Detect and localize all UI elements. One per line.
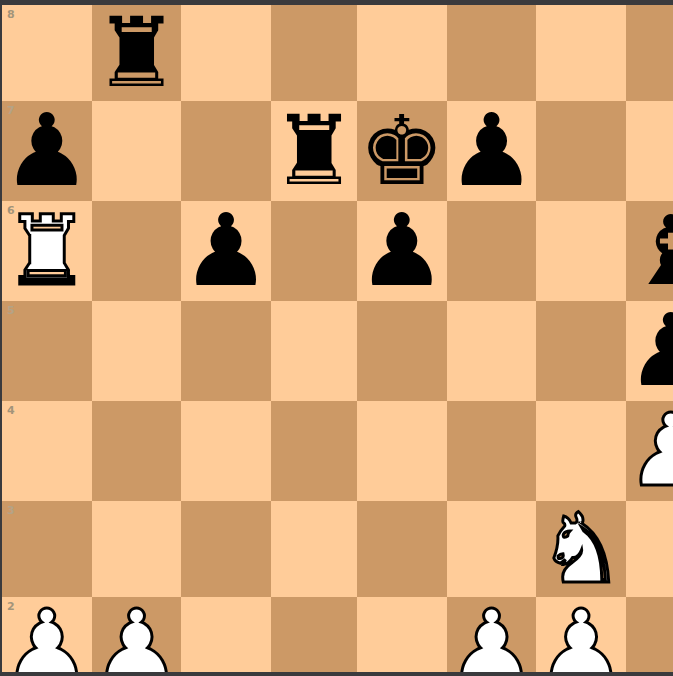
square-h3[interactable] <box>626 501 673 597</box>
chess-app: { "game": "chess", "position": { "fen": … <box>0 0 673 676</box>
white-pawn-icon[interactable]: ♟ <box>626 401 673 501</box>
square-h8[interactable] <box>626 5 673 101</box>
square-d2[interactable] <box>271 597 357 676</box>
square-f4[interactable] <box>447 401 537 501</box>
square-g5[interactable] <box>536 301 626 401</box>
white-pawn-icon[interactable]: ♟ <box>92 597 182 676</box>
white-pawn-icon[interactable]: ♟ <box>536 597 626 676</box>
square-a7[interactable]: 7♟ <box>2 101 92 201</box>
square-c8[interactable] <box>181 5 271 101</box>
square-e8[interactable] <box>357 5 447 101</box>
square-b7[interactable] <box>92 101 182 201</box>
rank-label-4: 4 <box>7 404 15 417</box>
board-frame-bottom <box>0 672 673 676</box>
square-f2[interactable]: ♟ <box>447 597 537 676</box>
square-b4[interactable] <box>92 401 182 501</box>
square-h4[interactable]: ♟ <box>626 401 673 501</box>
square-g3[interactable]: ♞ <box>536 501 626 597</box>
white-pawn-icon[interactable]: ♟ <box>2 597 92 676</box>
square-g7[interactable] <box>536 101 626 201</box>
square-f8[interactable] <box>447 5 537 101</box>
black-rook-icon[interactable]: ♜ <box>271 101 357 201</box>
square-e5[interactable] <box>357 301 447 401</box>
square-d8[interactable] <box>271 5 357 101</box>
square-h5[interactable]: ♟ <box>626 301 673 401</box>
chess-board: 8♜7♟♜♚♟6♜♟♟♝5♟4♟3♞2♟♟♟♟1abcde♜f♚gh <box>2 5 673 672</box>
square-a6[interactable]: 6♜ <box>2 201 92 301</box>
square-a8[interactable]: 8 <box>2 5 92 101</box>
square-a4[interactable]: 4 <box>2 401 92 501</box>
black-rook-icon[interactable]: ♜ <box>92 5 182 101</box>
square-a5[interactable]: 5 <box>2 301 92 401</box>
square-d3[interactable] <box>271 501 357 597</box>
square-c6[interactable]: ♟ <box>181 201 271 301</box>
square-b3[interactable] <box>92 501 182 597</box>
square-a2[interactable]: 2♟ <box>2 597 92 676</box>
square-b2[interactable]: ♟ <box>92 597 182 676</box>
square-g6[interactable] <box>536 201 626 301</box>
square-e6[interactable]: ♟ <box>357 201 447 301</box>
black-pawn-icon[interactable]: ♟ <box>447 101 537 201</box>
rank-label-3: 3 <box>7 504 15 517</box>
square-b8[interactable]: ♜ <box>92 5 182 101</box>
square-g4[interactable] <box>536 401 626 501</box>
square-c7[interactable] <box>181 101 271 201</box>
white-knight-icon[interactable]: ♞ <box>536 501 626 597</box>
square-e4[interactable] <box>357 401 447 501</box>
square-d7[interactable]: ♜ <box>271 101 357 201</box>
square-d4[interactable] <box>271 401 357 501</box>
board-frame-top <box>0 0 673 5</box>
square-f5[interactable] <box>447 301 537 401</box>
square-g8[interactable] <box>536 5 626 101</box>
square-e2[interactable] <box>357 597 447 676</box>
square-h6[interactable]: ♝ <box>626 201 673 301</box>
square-f3[interactable] <box>447 501 537 597</box>
square-b6[interactable] <box>92 201 182 301</box>
square-c3[interactable] <box>181 501 271 597</box>
square-d5[interactable] <box>271 301 357 401</box>
square-b5[interactable] <box>92 301 182 401</box>
square-d6[interactable] <box>271 201 357 301</box>
black-pawn-icon[interactable]: ♟ <box>2 101 92 201</box>
square-h2[interactable] <box>626 597 673 676</box>
square-e7[interactable]: ♚ <box>357 101 447 201</box>
square-f7[interactable]: ♟ <box>447 101 537 201</box>
square-c2[interactable] <box>181 597 271 676</box>
rank-label-8: 8 <box>7 8 15 21</box>
square-g2[interactable]: ♟ <box>536 597 626 676</box>
white-pawn-icon[interactable]: ♟ <box>447 597 537 676</box>
black-pawn-icon[interactable]: ♟ <box>626 301 673 401</box>
black-bishop-icon[interactable]: ♝ <box>626 201 673 301</box>
black-king-icon[interactable]: ♚ <box>357 101 447 201</box>
square-a3[interactable]: 3 <box>2 501 92 597</box>
board-frame-left <box>0 0 2 676</box>
square-e3[interactable] <box>357 501 447 597</box>
square-f6[interactable] <box>447 201 537 301</box>
rank-label-5: 5 <box>7 304 15 317</box>
square-h7[interactable] <box>626 101 673 201</box>
square-c4[interactable] <box>181 401 271 501</box>
black-pawn-icon[interactable]: ♟ <box>181 201 271 301</box>
black-pawn-icon[interactable]: ♟ <box>357 201 447 301</box>
square-c5[interactable] <box>181 301 271 401</box>
white-rook-icon[interactable]: ♜ <box>2 201 92 301</box>
